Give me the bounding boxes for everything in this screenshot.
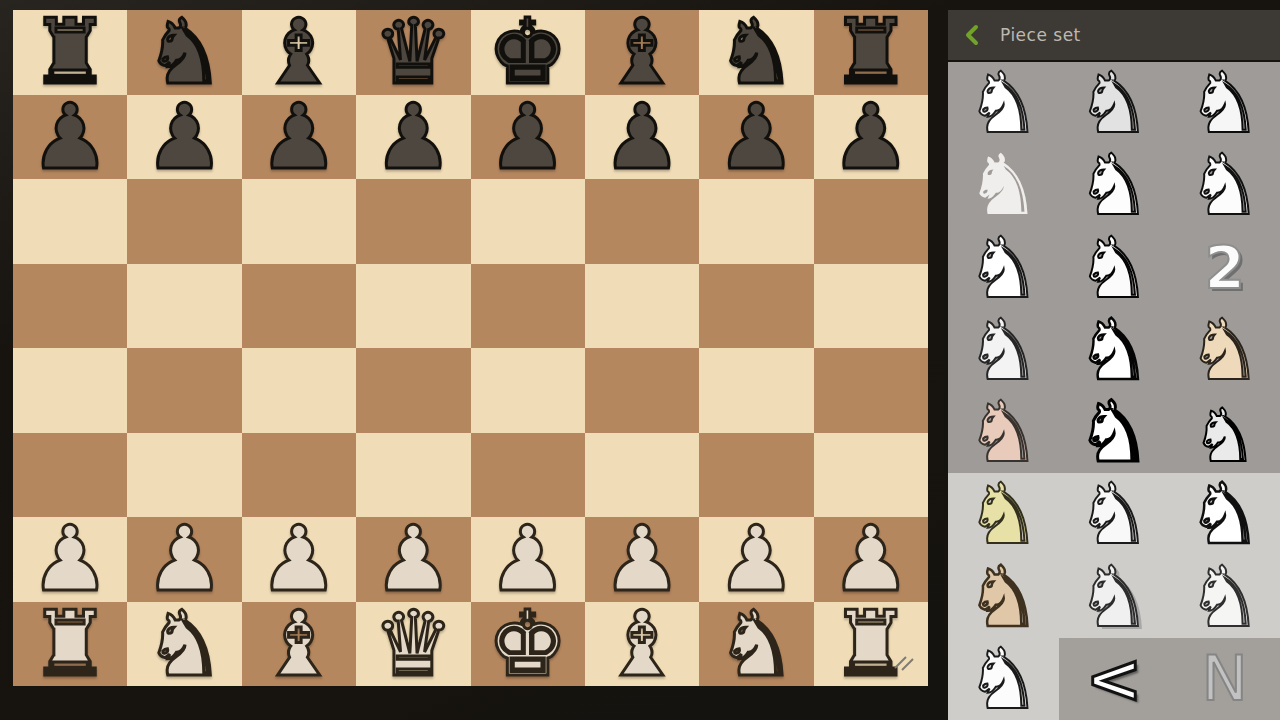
piece-white-bishop[interactable]: ♝ — [259, 602, 340, 686]
square-e4[interactable] — [471, 348, 585, 433]
piece-set-option-23[interactable]: < — [1059, 638, 1170, 720]
square-f1[interactable]: ♝ — [585, 602, 699, 687]
square-d1[interactable]: ♛ — [356, 602, 470, 687]
square-h7[interactable]: ♟ — [814, 95, 928, 180]
square-f6[interactable] — [585, 179, 699, 264]
piece-white-pawn[interactable]: ♟ — [602, 517, 683, 601]
piece-set-option-15[interactable]: ♞ — [1169, 391, 1280, 473]
piece-set-option-11[interactable]: ♞ — [1059, 309, 1170, 391]
square-f5[interactable] — [585, 264, 699, 349]
square-c7[interactable]: ♟ — [242, 95, 356, 180]
square-g1[interactable]: ♞ — [699, 602, 813, 687]
chess-board[interactable]: ♜♞♝♛♚♝♞♜♟♟♟♟♟♟♟♟♟♟♟♟♟♟♟♟♜♞♝♛♚♝♞♜ — [13, 10, 928, 686]
square-b5[interactable] — [127, 264, 241, 349]
piece-set-option-1[interactable]: ♞ — [948, 62, 1059, 144]
panel-header: Piece set — [948, 10, 1280, 60]
square-d8[interactable]: ♛ — [356, 10, 470, 95]
piece-set-option-13[interactable]: ♞ — [948, 391, 1059, 473]
square-e5[interactable] — [471, 264, 585, 349]
square-c4[interactable] — [242, 348, 356, 433]
square-c6[interactable] — [242, 179, 356, 264]
piece-set-option-8[interactable]: ♞ — [1059, 227, 1170, 309]
piece-white-pawn[interactable]: ♟ — [487, 517, 568, 601]
piece-set-grid: ♞♞♞♞♞♞♞♞2♞♞♞♞♞♞♞♞♞♞♞♞♞<N — [948, 62, 1280, 720]
square-h5[interactable] — [814, 264, 928, 349]
square-f2[interactable]: ♟ — [585, 517, 699, 602]
piece-black-pawn[interactable]: ♟ — [487, 95, 568, 179]
piece-white-queen[interactable]: ♛ — [373, 602, 454, 686]
piece-black-pawn[interactable]: ♟ — [716, 95, 797, 179]
piece-set-option-6[interactable]: ♞ — [1169, 144, 1280, 226]
piece-set-option-4[interactable]: ♞ — [948, 144, 1059, 226]
piece-set-option-7[interactable]: ♞ — [948, 227, 1059, 309]
square-d5[interactable] — [356, 264, 470, 349]
piece-white-pawn[interactable]: ♟ — [30, 517, 111, 601]
piece-set-option-20[interactable]: ♞ — [1059, 556, 1170, 638]
piece-set-option-19[interactable]: ♞ — [948, 556, 1059, 638]
square-f8[interactable]: ♝ — [585, 10, 699, 95]
square-e1[interactable]: ♚ — [471, 602, 585, 687]
square-a2[interactable]: ♟ — [13, 517, 127, 602]
piece-black-pawn[interactable]: ♟ — [30, 95, 111, 179]
square-e3[interactable] — [471, 433, 585, 518]
square-g8[interactable]: ♞ — [699, 10, 813, 95]
square-e8[interactable]: ♚ — [471, 10, 585, 95]
piece-set-option-9[interactable]: 2 — [1169, 227, 1280, 309]
piece-black-rook[interactable]: ♜ — [830, 10, 911, 94]
piece-black-pawn[interactable]: ♟ — [602, 95, 683, 179]
square-h2[interactable]: ♟ — [814, 517, 928, 602]
square-g3[interactable] — [699, 433, 813, 518]
square-a1[interactable]: ♜ — [13, 602, 127, 687]
square-c3[interactable] — [242, 433, 356, 518]
piece-set-option-2[interactable]: ♞ — [1059, 62, 1170, 144]
square-d3[interactable] — [356, 433, 470, 518]
piece-set-option-21[interactable]: ♞ — [1169, 556, 1280, 638]
square-f3[interactable] — [585, 433, 699, 518]
square-b4[interactable] — [127, 348, 241, 433]
square-h3[interactable] — [814, 433, 928, 518]
square-h8[interactable]: ♜ — [814, 10, 928, 95]
piece-set-option-3[interactable]: ♞ — [1169, 62, 1280, 144]
square-a6[interactable] — [13, 179, 127, 264]
panel-title: Piece set — [1000, 25, 1081, 45]
piece-black-bishop[interactable]: ♝ — [259, 10, 340, 94]
square-g2[interactable]: ♟ — [699, 517, 813, 602]
piece-black-queen[interactable]: ♛ — [373, 10, 454, 94]
square-h6[interactable] — [814, 179, 928, 264]
piece-set-option-24[interactable]: N — [1169, 638, 1280, 720]
piece-set-option-10[interactable]: ♞ — [948, 309, 1059, 391]
square-c5[interactable] — [242, 264, 356, 349]
square-g6[interactable] — [699, 179, 813, 264]
piece-white-pawn[interactable]: ♟ — [716, 517, 797, 601]
square-d4[interactable] — [356, 348, 470, 433]
piece-white-pawn[interactable]: ♟ — [259, 517, 340, 601]
square-e2[interactable]: ♟ — [471, 517, 585, 602]
piece-set-option-14[interactable]: ♞ — [1059, 391, 1170, 473]
piece-white-rook[interactable]: ♜ — [30, 602, 111, 686]
piece-white-knight[interactable]: ♞ — [716, 602, 797, 686]
piece-black-pawn[interactable]: ♟ — [830, 95, 911, 179]
chevron-left-icon — [964, 24, 980, 46]
piece-white-knight[interactable]: ♞ — [144, 602, 225, 686]
square-a5[interactable] — [13, 264, 127, 349]
square-b7[interactable]: ♟ — [127, 95, 241, 180]
piece-white-pawn[interactable]: ♟ — [373, 517, 454, 601]
square-c2[interactable]: ♟ — [242, 517, 356, 602]
square-d6[interactable] — [356, 179, 470, 264]
piece-white-king[interactable]: ♚ — [487, 602, 568, 686]
piece-white-rook[interactable]: ♜ — [830, 602, 911, 686]
square-b3[interactable] — [127, 433, 241, 518]
piece-black-rook[interactable]: ♜ — [30, 10, 111, 94]
piece-set-option-16[interactable]: ♞ — [948, 473, 1059, 555]
square-g4[interactable] — [699, 348, 813, 433]
square-h4[interactable] — [814, 348, 928, 433]
piece-black-knight[interactable]: ♞ — [144, 10, 225, 94]
square-d7[interactable]: ♟ — [356, 95, 470, 180]
square-e7[interactable]: ♟ — [471, 95, 585, 180]
board-resize-handle[interactable] — [892, 654, 918, 672]
square-b6[interactable] — [127, 179, 241, 264]
square-a8[interactable]: ♜ — [13, 10, 127, 95]
piece-black-king[interactable]: ♚ — [487, 10, 568, 94]
square-b8[interactable]: ♞ — [127, 10, 241, 95]
back-button[interactable] — [964, 24, 980, 46]
square-b1[interactable]: ♞ — [127, 602, 241, 687]
square-b2[interactable]: ♟ — [127, 517, 241, 602]
piece-black-pawn[interactable]: ♟ — [259, 95, 340, 179]
piece-black-knight[interactable]: ♞ — [716, 10, 797, 94]
piece-white-pawn[interactable]: ♟ — [830, 517, 911, 601]
piece-black-bishop[interactable]: ♝ — [602, 10, 683, 94]
square-a3[interactable] — [13, 433, 127, 518]
square-f7[interactable]: ♟ — [585, 95, 699, 180]
piece-set-option-12[interactable]: ♞ — [1169, 309, 1280, 391]
square-d2[interactable]: ♟ — [356, 517, 470, 602]
square-g5[interactable] — [699, 264, 813, 349]
square-e6[interactable] — [471, 179, 585, 264]
square-a7[interactable]: ♟ — [13, 95, 127, 180]
piece-black-pawn[interactable]: ♟ — [144, 95, 225, 179]
piece-set-option-18[interactable]: ♞ — [1169, 473, 1280, 555]
square-g7[interactable]: ♟ — [699, 95, 813, 180]
square-h1[interactable]: ♜ — [814, 602, 928, 687]
piece-set-option-22[interactable]: ♞ — [948, 638, 1059, 720]
square-c1[interactable]: ♝ — [242, 602, 356, 687]
piece-set-panel: Piece set ♞♞♞♞♞♞♞♞2♞♞♞♞♞♞♞♞♞♞♞♞♞<N — [948, 0, 1280, 720]
piece-white-bishop[interactable]: ♝ — [602, 602, 683, 686]
piece-set-option-17[interactable]: ♞ — [1059, 473, 1170, 555]
square-a4[interactable] — [13, 348, 127, 433]
square-f4[interactable] — [585, 348, 699, 433]
piece-set-option-5[interactable]: ♞ — [1059, 144, 1170, 226]
piece-black-pawn[interactable]: ♟ — [373, 95, 454, 179]
piece-white-pawn[interactable]: ♟ — [144, 517, 225, 601]
square-c8[interactable]: ♝ — [242, 10, 356, 95]
